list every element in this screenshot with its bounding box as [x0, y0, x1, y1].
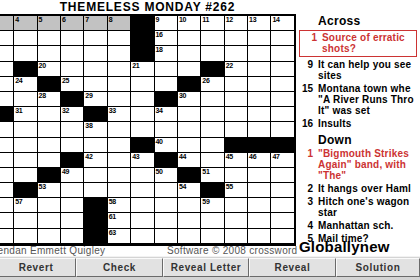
grid-cell[interactable] — [108, 92, 131, 107]
grid-cell[interactable] — [38, 153, 61, 168]
grid-cell[interactable]: 20 — [38, 62, 61, 77]
grid-cell[interactable] — [248, 229, 271, 244]
grid-cell[interactable] — [178, 31, 201, 46]
black-square — [38, 168, 61, 183]
grid-cell[interactable] — [225, 122, 248, 137]
black-square — [155, 92, 178, 107]
cell-number: 25 — [62, 77, 69, 85]
grid-cell[interactable] — [271, 168, 294, 183]
grid-cell[interactable] — [178, 213, 201, 228]
puzzle-title: THEMELESS MONDAY #262 — [0, 0, 295, 13]
grid-cell[interactable] — [14, 153, 37, 168]
grid-cell[interactable]: 14 — [271, 16, 294, 31]
grid-cell[interactable] — [61, 213, 84, 228]
cell-number: 46 — [249, 153, 256, 161]
down-header: Down — [318, 133, 420, 146]
grid-cell[interactable] — [155, 213, 178, 228]
black-square — [14, 183, 37, 198]
grid-cell[interactable]: 33 — [108, 107, 131, 122]
clue-text: It hangs over Haml — [318, 183, 411, 194]
grid-cell[interactable] — [38, 138, 61, 153]
black-square — [131, 31, 154, 46]
grid-cell[interactable] — [131, 183, 154, 198]
grid-cell[interactable] — [61, 31, 84, 46]
across-header: Across — [318, 14, 420, 27]
grid-cell[interactable] — [131, 229, 154, 244]
grid-cell[interactable] — [131, 77, 154, 92]
grid-cell[interactable] — [131, 213, 154, 228]
grid-cell[interactable] — [108, 77, 131, 92]
cell-number: 53 — [39, 183, 46, 191]
grid-cell[interactable]: 49 — [61, 168, 84, 183]
grid-cell[interactable] — [271, 183, 294, 198]
grid-cell[interactable] — [248, 213, 271, 228]
clue-text: Manhattan sch. — [318, 220, 394, 231]
grid-cell[interactable] — [271, 31, 294, 46]
grid-cell[interactable]: 11 — [201, 16, 224, 31]
clue-text: Insults — [318, 118, 352, 129]
cell-number: 11 — [202, 16, 209, 24]
grid-cell[interactable] — [84, 183, 107, 198]
down-clue-2[interactable]: 2It hangs over Haml — [296, 183, 420, 194]
grid-viewport: 4567891011121314161820212224252628293031… — [0, 14, 296, 247]
clue-number: 4 — [296, 220, 313, 231]
grid-cell[interactable] — [155, 62, 178, 77]
grid-cell[interactable] — [248, 46, 271, 61]
clue-text: Montana town whe — [318, 83, 411, 94]
grid-cell[interactable] — [271, 198, 294, 213]
grid-cell[interactable]: 42 — [84, 153, 107, 168]
clue-number — [296, 94, 313, 105]
cell-number: 12 — [226, 16, 233, 24]
button-bar: RevertCheckReveal LetterRevealSolution — [0, 256, 420, 280]
grid-cell[interactable] — [201, 31, 224, 46]
grid-cell[interactable] — [38, 229, 61, 244]
cell-number: 61 — [109, 213, 116, 221]
grid-cell[interactable] — [201, 229, 224, 244]
black-square — [131, 16, 154, 31]
cell-number: 22 — [226, 62, 233, 70]
grid-cell[interactable] — [225, 46, 248, 61]
cell-number: 7 — [85, 16, 89, 24]
grid-cell[interactable]: 12 — [225, 16, 248, 31]
black-square — [61, 153, 84, 168]
grid-cell[interactable]: 24 — [14, 77, 37, 92]
grid-cell[interactable] — [0, 31, 14, 46]
black-square — [201, 183, 224, 198]
cell-number: 5 — [39, 16, 43, 24]
grid-cell[interactable] — [38, 46, 61, 61]
grid-cell[interactable] — [225, 168, 248, 183]
grid-cell[interactable] — [201, 92, 224, 107]
grid-cell[interactable] — [248, 77, 271, 92]
grid-cell[interactable]: 43 — [131, 153, 154, 168]
grid-cell[interactable] — [14, 31, 37, 46]
black-square — [131, 138, 154, 153]
grid-cell[interactable] — [108, 122, 131, 137]
grid-cell[interactable] — [14, 92, 37, 107]
grid-cell[interactable] — [61, 229, 84, 244]
black-square — [178, 77, 201, 92]
grid-cell[interactable]: 61 — [108, 213, 131, 228]
grid-cell[interactable]: 22 — [225, 62, 248, 77]
grid-cell[interactable] — [84, 138, 107, 153]
grid-cell[interactable] — [61, 183, 84, 198]
black-square — [84, 229, 107, 244]
grid-cell[interactable]: 16 — [155, 31, 178, 46]
cell-number: 6 — [62, 16, 66, 24]
grid-cell[interactable] — [84, 168, 107, 183]
clue-text: "The" — [318, 170, 346, 181]
cell-number: 13 — [249, 16, 256, 24]
clue-text: Hitch one's wagon — [318, 196, 409, 207]
grid-cell[interactable] — [38, 122, 61, 137]
cell-number: 18 — [156, 46, 163, 54]
grid-cell[interactable] — [61, 198, 84, 213]
grid-cell[interactable] — [14, 46, 37, 61]
black-square — [178, 168, 201, 183]
cell-number: 40 — [156, 138, 163, 146]
grid-cell[interactable] — [178, 62, 201, 77]
grid-cell[interactable]: 26 — [201, 77, 224, 92]
black-square — [131, 46, 154, 61]
cell-number: 9 — [156, 16, 160, 24]
grid-cell[interactable] — [131, 198, 154, 213]
clue-text: star — [318, 207, 337, 218]
watermark: Globallynew — [299, 238, 390, 255]
across-clue-list: 1Source of erraticshots?9It can help you… — [296, 30, 420, 129]
clue-text: It" was set — [318, 105, 370, 116]
grid-cell[interactable] — [155, 198, 178, 213]
cell-number: 29 — [85, 92, 92, 100]
grid-cell[interactable]: 18 — [155, 46, 178, 61]
cell-number: 44 — [179, 153, 186, 161]
grid-cell[interactable] — [108, 153, 131, 168]
cell-number: 43 — [132, 153, 139, 161]
grid-cell[interactable]: 32 — [61, 107, 84, 122]
grid-cell[interactable] — [38, 31, 61, 46]
grid-cell[interactable]: 59 — [201, 198, 224, 213]
clue-text: shots? — [322, 43, 356, 54]
clue-number: 15 — [296, 83, 313, 94]
grid-cell[interactable] — [225, 31, 248, 46]
grid-cell[interactable] — [0, 16, 14, 31]
grid-cell[interactable] — [108, 31, 131, 46]
cell-number: 10 — [179, 16, 186, 24]
grid-cell[interactable]: 4 — [14, 16, 37, 31]
grid-cell[interactable]: 7 — [84, 16, 107, 31]
grid-cell[interactable]: 46 — [248, 153, 271, 168]
cell-number: 49 — [62, 168, 69, 176]
grid-cell[interactable]: 38 — [84, 122, 107, 137]
grid-cell[interactable]: 58 — [108, 198, 131, 213]
grid-cell[interactable] — [108, 46, 131, 61]
black-square — [248, 138, 271, 153]
grid-cell[interactable] — [38, 198, 61, 213]
grid-cell[interactable] — [84, 77, 107, 92]
grid-cell[interactable]: 5 — [38, 16, 61, 31]
crossword-grid: 4567891011121314161820212224252628293031… — [0, 14, 296, 246]
black-square — [38, 77, 61, 92]
grid-cell[interactable] — [0, 153, 14, 168]
check-button[interactable]: Check — [76, 258, 163, 277]
grid-cell[interactable] — [14, 229, 37, 244]
grid-cell[interactable] — [225, 213, 248, 228]
grid-cell[interactable] — [201, 138, 224, 153]
grid-cell[interactable] — [201, 46, 224, 61]
clue-text: "Bigmouth Strikes — [318, 148, 409, 159]
grid-cell[interactable] — [248, 122, 271, 137]
grid-cell[interactable] — [225, 229, 248, 244]
down-clue-1[interactable]: 1"Bigmouth StrikesAgain" band, with"The" — [296, 148, 420, 181]
grid-cell[interactable] — [61, 122, 84, 137]
clue-number — [296, 70, 313, 81]
grid-cell[interactable] — [201, 107, 224, 122]
cell-number: 45 — [226, 153, 233, 161]
grid-cell[interactable] — [108, 168, 131, 183]
grid-cell[interactable] — [131, 168, 154, 183]
grid-cell[interactable] — [84, 31, 107, 46]
cell-number: 28 — [39, 92, 46, 100]
grid-cell[interactable] — [0, 46, 14, 61]
cell-number: 24 — [15, 77, 22, 85]
grid-cell[interactable] — [155, 183, 178, 198]
cell-number: 47 — [272, 153, 279, 161]
clue-text: "A River Runs Thro — [318, 94, 414, 105]
solution-button[interactable]: Solution — [336, 258, 420, 277]
grid-cell[interactable] — [0, 198, 14, 213]
grid-cell[interactable] — [201, 153, 224, 168]
grid-cell[interactable]: 10 — [178, 16, 201, 31]
across-clue-15[interactable]: 15Montana town whe"A River Runs ThroIt" … — [296, 83, 420, 116]
grid-cell[interactable] — [108, 138, 131, 153]
grid-cell[interactable] — [271, 213, 294, 228]
grid-cell[interactable] — [0, 213, 14, 228]
cell-number: 8 — [109, 16, 113, 24]
clue-text: It can help you see — [318, 59, 411, 70]
grid-cell[interactable] — [201, 213, 224, 228]
grid-cell[interactable]: 45 — [225, 153, 248, 168]
cell-number: 32 — [62, 107, 69, 115]
grid-cell[interactable]: 25 — [61, 77, 84, 92]
clue-number: 1 — [296, 148, 313, 159]
down-clue-list: 1"Bigmouth StrikesAgain" band, with"The"… — [296, 148, 420, 244]
across-clue-1[interactable]: 1Source of erraticshots? — [299, 30, 417, 57]
clue-number — [296, 170, 313, 181]
cell-number: 50 — [156, 168, 163, 176]
grid-cell[interactable] — [178, 229, 201, 244]
grid-cell[interactable] — [201, 122, 224, 137]
grid-cell[interactable] — [108, 62, 131, 77]
across-clue-9[interactable]: 9It can help you seesites — [296, 59, 420, 81]
clue-text: Source of erratic — [322, 32, 405, 43]
clue-number: 2 — [296, 183, 313, 194]
grid-cell[interactable] — [131, 122, 154, 137]
cell-number: 54 — [179, 183, 186, 191]
software-credit: Software © 2008 crossword — [167, 245, 297, 256]
cell-number: 42 — [85, 153, 92, 161]
cell-number: 14 — [272, 16, 279, 24]
grid-cell[interactable]: 57 — [14, 198, 37, 213]
grid-cell[interactable] — [271, 229, 294, 244]
across-clue-16[interactable]: 16Insults — [296, 118, 420, 129]
grid-cell[interactable]: 40 — [155, 138, 178, 153]
cell-number: 26 — [202, 77, 209, 85]
grid-cell[interactable]: 8 — [108, 16, 131, 31]
grid-cell[interactable]: 34 — [155, 107, 178, 122]
clue-text: sites — [318, 70, 342, 81]
grid-cell[interactable]: 37 — [0, 122, 14, 137]
down-clue-3[interactable]: 3Hitch one's wagonstar — [296, 196, 420, 218]
black-square — [225, 138, 248, 153]
grid-cell[interactable] — [0, 229, 14, 244]
grid-cell[interactable] — [14, 213, 37, 228]
black-square — [155, 153, 178, 168]
grid-cell[interactable]: 55 — [225, 183, 248, 198]
cell-number: 59 — [202, 198, 209, 206]
grid-cell[interactable] — [84, 46, 107, 61]
black-square — [0, 107, 14, 122]
grid-cell[interactable] — [61, 138, 84, 153]
grid-cell[interactable] — [131, 92, 154, 107]
grid-cell[interactable]: 6 — [61, 16, 84, 31]
grid-cell[interactable] — [14, 122, 37, 137]
grid-cell[interactable] — [84, 62, 107, 77]
black-square — [14, 62, 37, 77]
grid-cell[interactable]: 30 — [178, 92, 201, 107]
grid-cell[interactable] — [178, 46, 201, 61]
grid-cell[interactable]: 29 — [84, 92, 107, 107]
grid-cell[interactable] — [248, 107, 271, 122]
clue-number: 1 — [300, 32, 317, 43]
grid-cell[interactable] — [14, 138, 37, 153]
grid-cell[interactable] — [0, 92, 14, 107]
grid-cell[interactable]: 47 — [271, 153, 294, 168]
reveal-button[interactable]: Reveal — [249, 258, 336, 277]
grid-cell[interactable] — [14, 168, 37, 183]
grid-cell[interactable] — [0, 138, 14, 153]
grid-cell[interactable] — [248, 31, 271, 46]
cell-number: 34 — [156, 107, 163, 115]
grid-cell[interactable] — [155, 229, 178, 244]
grid-cell[interactable] — [248, 92, 271, 107]
black-square — [84, 107, 107, 122]
cell-number: 38 — [85, 122, 92, 130]
clue-number: 3 — [296, 196, 313, 207]
grid-cell[interactable] — [248, 183, 271, 198]
grid-cell[interactable] — [271, 107, 294, 122]
black-square — [271, 138, 294, 153]
cell-number: 4 — [15, 16, 19, 24]
grid-cell[interactable]: 31 — [14, 107, 37, 122]
grid-cell[interactable] — [178, 138, 201, 153]
cell-number: 58 — [109, 198, 116, 206]
grid-cell[interactable] — [0, 168, 14, 183]
grid-cell[interactable]: 13 — [248, 16, 271, 31]
clue-number — [296, 159, 313, 170]
grid-cell[interactable]: 51 — [201, 168, 224, 183]
grid-cell[interactable] — [155, 122, 178, 137]
grid-cell[interactable] — [271, 77, 294, 92]
grid-cell[interactable] — [38, 213, 61, 228]
grid-cell[interactable] — [248, 62, 271, 77]
cell-number: 51 — [202, 168, 209, 176]
grid-cell[interactable] — [271, 92, 294, 107]
grid-cell[interactable] — [225, 92, 248, 107]
grid-cell[interactable]: 54 — [178, 183, 201, 198]
grid-cell[interactable] — [271, 62, 294, 77]
black-square — [201, 62, 224, 77]
clue-number: 16 — [296, 118, 313, 129]
cell-number: 63 — [109, 229, 116, 237]
grid-cell[interactable] — [61, 46, 84, 61]
crossword-applet: THEMELESS MONDAY #262 456789101112131416… — [0, 0, 420, 280]
clue-number — [296, 207, 313, 218]
clues-panel: Across 1Source of erraticshots?9It can h… — [296, 13, 420, 245]
cell-number: 16 — [156, 31, 163, 39]
cell-number: 55 — [226, 183, 233, 191]
down-clue-4[interactable]: 4Manhattan sch. — [296, 220, 420, 231]
grid-cell[interactable]: 9 — [155, 16, 178, 31]
cell-number: 31 — [15, 107, 22, 115]
grid-cell[interactable] — [0, 62, 14, 77]
grid-cell[interactable] — [178, 122, 201, 137]
grid-cell[interactable] — [248, 168, 271, 183]
clue-number — [300, 43, 317, 54]
grid-cell[interactable] — [271, 46, 294, 61]
grid-cell[interactable]: 50 — [155, 168, 178, 183]
grid-cell[interactable] — [225, 198, 248, 213]
grid-cell[interactable] — [178, 107, 201, 122]
black-square — [61, 92, 84, 107]
grid-cell[interactable] — [0, 77, 14, 92]
grid-cell[interactable]: 21 — [131, 62, 154, 77]
cell-number: 21 — [132, 62, 139, 70]
grid-cell[interactable] — [248, 198, 271, 213]
grid-cell[interactable]: 28 — [38, 92, 61, 107]
grid-cell[interactable] — [155, 77, 178, 92]
clue-number — [296, 105, 313, 116]
grid-cell[interactable] — [61, 62, 84, 77]
grid-cell[interactable] — [108, 183, 131, 198]
revert-button[interactable]: Revert — [0, 258, 76, 277]
cell-number: 57 — [15, 198, 22, 206]
black-square — [84, 213, 107, 228]
black-square — [84, 198, 107, 213]
author-credit: Brendan Emmett Quigley — [0, 245, 105, 256]
grid-cell[interactable] — [131, 107, 154, 122]
cell-number: 33 — [109, 107, 116, 115]
grid-cell[interactable] — [0, 183, 14, 198]
grid-cell[interactable] — [178, 198, 201, 213]
grid-cell[interactable] — [38, 107, 61, 122]
grid-cell[interactable]: 63 — [108, 229, 131, 244]
reveal-letter-button[interactable]: Reveal Letter — [163, 258, 249, 277]
clue-number: 9 — [296, 59, 313, 70]
grid-cell[interactable] — [225, 77, 248, 92]
grid-cell[interactable] — [271, 122, 294, 137]
grid-cell[interactable] — [225, 107, 248, 122]
cell-number: 30 — [179, 92, 186, 100]
grid-cell[interactable]: 44 — [178, 153, 201, 168]
cell-number: 20 — [39, 62, 46, 70]
grid-cell[interactable]: 53 — [38, 183, 61, 198]
clue-text: Again" band, with — [318, 159, 406, 170]
